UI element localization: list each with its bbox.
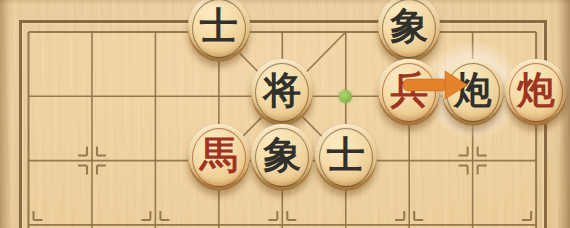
piece-character: 将: [251, 59, 313, 121]
move-hint-arrow: [401, 70, 469, 100]
piece-character: 士: [315, 124, 377, 186]
piece-character: 馬: [188, 124, 250, 186]
piece-character: 士: [188, 0, 250, 57]
last-move-green-dot: [339, 90, 352, 103]
xiangqi-board-screenshot: 士象将兵炮炮馬象士: [0, 0, 570, 228]
black-elephant-back-piece[interactable]: 象: [378, 0, 440, 62]
red-cannon-piece[interactable]: 炮: [505, 59, 567, 126]
piece-character: 炮: [505, 59, 567, 121]
black-advisor-back-piece[interactable]: 士: [188, 0, 250, 62]
piece-character: 象: [251, 124, 313, 186]
black-elephant-front-piece[interactable]: 象: [251, 124, 313, 191]
black-advisor-front-piece[interactable]: 士: [315, 124, 377, 191]
red-horse-piece[interactable]: 馬: [188, 124, 250, 191]
black-general-piece[interactable]: 将: [251, 59, 313, 126]
piece-character: 象: [378, 0, 440, 57]
